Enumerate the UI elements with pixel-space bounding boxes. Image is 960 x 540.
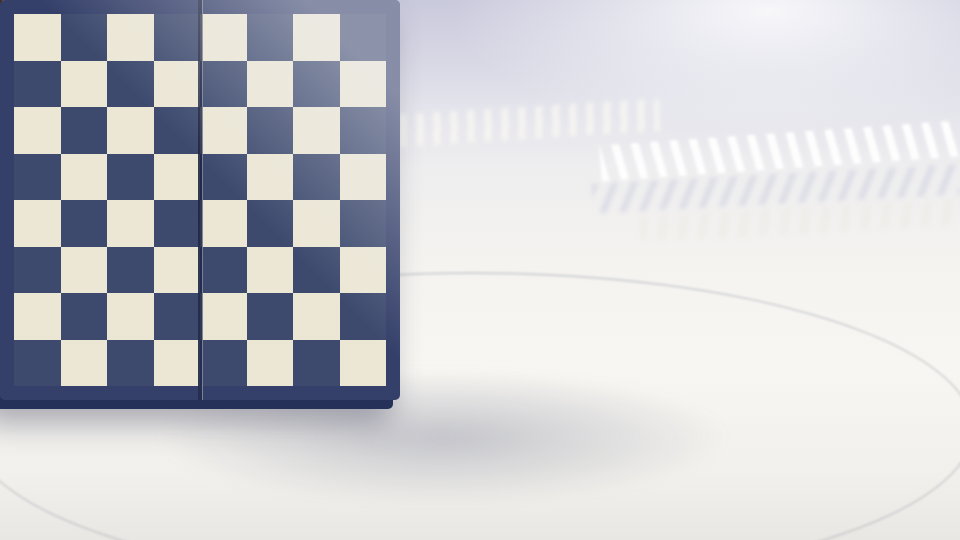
square-b3[interactable] [107,293,154,340]
square-f7[interactable] [293,107,340,154]
square-d4[interactable] [154,200,201,247]
square-h7[interactable] [293,14,340,61]
square-b8[interactable] [340,293,387,340]
square-a2[interactable] [61,340,108,387]
square-e3[interactable] [107,154,154,201]
board-fold-seam [198,0,203,400]
square-d3[interactable] [107,200,154,247]
square-e5[interactable] [200,154,247,201]
square-b4[interactable] [154,293,201,340]
square-h5[interactable] [200,14,247,61]
square-f8[interactable] [340,107,387,154]
square-g7[interactable] [293,61,340,108]
square-e1[interactable] [14,154,61,201]
square-b6[interactable] [247,293,294,340]
square-e6[interactable] [247,154,294,201]
square-b5[interactable] [200,293,247,340]
square-b1[interactable] [14,293,61,340]
square-a7[interactable] [293,340,340,387]
square-c6[interactable] [247,247,294,294]
square-a4[interactable] [154,340,201,387]
square-h6[interactable] [247,14,294,61]
square-g5[interactable] [200,61,247,108]
square-g3[interactable] [107,61,154,108]
square-d7[interactable] [293,200,340,247]
square-h8[interactable] [340,14,387,61]
square-f3[interactable] [107,107,154,154]
square-e2[interactable] [61,154,108,201]
square-b2[interactable] [61,293,108,340]
square-g8[interactable] [340,61,387,108]
square-c1[interactable] [14,247,61,294]
square-a6[interactable] [247,340,294,387]
square-e4[interactable] [154,154,201,201]
photo-stage: ♜♞♝♛♚♝♞♜♟♟♟♟♟♟♟♟♟♟♟♟♟♟♟♟♜♞♝♛♚♝♞♜ [0,0,960,540]
square-g6[interactable] [247,61,294,108]
square-e8[interactable] [340,154,387,201]
chess-board[interactable] [0,0,400,400]
square-h2[interactable] [61,14,108,61]
square-b7[interactable] [293,293,340,340]
square-g4[interactable] [154,61,201,108]
square-g1[interactable] [14,61,61,108]
square-c5[interactable] [200,247,247,294]
square-e7[interactable] [293,154,340,201]
square-f4[interactable] [154,107,201,154]
square-c7[interactable] [293,247,340,294]
square-d6[interactable] [247,200,294,247]
square-h1[interactable] [14,14,61,61]
square-d8[interactable] [340,200,387,247]
square-a5[interactable] [200,340,247,387]
square-a3[interactable] [107,340,154,387]
square-c8[interactable] [340,247,387,294]
square-d5[interactable] [200,200,247,247]
square-d1[interactable] [14,200,61,247]
square-g2[interactable] [61,61,108,108]
square-f5[interactable] [200,107,247,154]
square-h4[interactable] [154,14,201,61]
square-c3[interactable] [107,247,154,294]
square-f1[interactable] [14,107,61,154]
square-c2[interactable] [61,247,108,294]
square-c4[interactable] [154,247,201,294]
square-h3[interactable] [107,14,154,61]
square-d2[interactable] [61,200,108,247]
square-f2[interactable] [61,107,108,154]
square-a1[interactable] [14,340,61,387]
square-a8[interactable] [340,340,387,387]
square-f6[interactable] [247,107,294,154]
